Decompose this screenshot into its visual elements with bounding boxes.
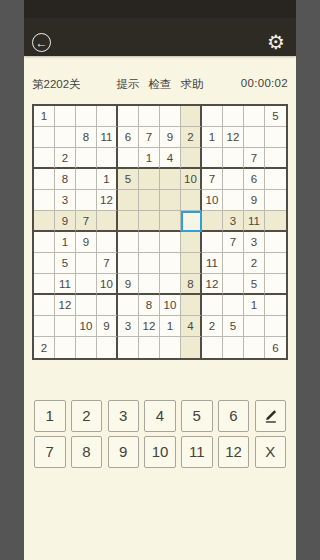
cell-r9c9[interactable]: 12 — [202, 274, 223, 295]
cell-r1c12[interactable]: 5 — [265, 106, 286, 127]
cell-r9c8[interactable]: 8 — [181, 274, 202, 295]
cell-r11c12[interactable] — [265, 316, 286, 337]
cell-r1c9[interactable] — [202, 106, 223, 127]
cell-r9c7[interactable] — [160, 274, 181, 295]
pencil-button[interactable] — [255, 400, 287, 432]
cell-r5c5[interactable] — [118, 190, 139, 211]
cell-r12c12[interactable]: 6 — [265, 337, 286, 358]
cell-r9c10[interactable] — [223, 274, 244, 295]
status-bar — [24, 0, 296, 18]
header-actions: 提示 检查 求助 — [117, 77, 204, 92]
cell-r8c2[interactable]: 5 — [55, 253, 76, 274]
cell-r4c2[interactable]: 8 — [55, 169, 76, 190]
cell-r4c3[interactable] — [76, 169, 97, 190]
number-button-1[interactable]: 1 — [34, 400, 66, 432]
cell-r7c8[interactable] — [181, 232, 202, 253]
cell-r11c2[interactable] — [55, 316, 76, 337]
cell-r5c10[interactable] — [223, 190, 244, 211]
help-button[interactable]: 求助 — [181, 77, 204, 92]
cell-r1c6[interactable] — [139, 106, 160, 127]
cell-r3c1[interactable] — [34, 148, 55, 169]
cell-r8c8[interactable] — [181, 253, 202, 274]
cell-r12c10[interactable] — [223, 337, 244, 358]
cell-r3c3[interactable] — [76, 148, 97, 169]
number-button-10[interactable]: 10 — [144, 436, 176, 468]
cell-r7c9[interactable] — [202, 232, 223, 253]
settings-button[interactable]: ⚙ — [265, 31, 287, 53]
cell-r7c3[interactable]: 9 — [76, 232, 97, 253]
cell-r11c5[interactable]: 3 — [118, 316, 139, 337]
cell-r9c2[interactable]: 11 — [55, 274, 76, 295]
cell-r8c5[interactable] — [118, 253, 139, 274]
cell-r8c4[interactable]: 7 — [97, 253, 118, 274]
cell-r10c6[interactable]: 8 — [139, 295, 160, 316]
cell-r2c2[interactable] — [55, 127, 76, 148]
cell-r9c3[interactable] — [76, 274, 97, 295]
sudoku-board: 1581167921122147815107631210997311197357… — [32, 104, 288, 360]
cell-r10c10[interactable] — [223, 295, 244, 316]
cell-r11c3[interactable]: 10 — [76, 316, 97, 337]
cell-r12c4[interactable] — [97, 337, 118, 358]
keypad-row-1: 123456 — [34, 400, 286, 432]
cell-r10c4[interactable] — [97, 295, 118, 316]
cell-r9c6[interactable] — [139, 274, 160, 295]
cell-r9c12[interactable] — [265, 274, 286, 295]
cell-r5c3[interactable] — [76, 190, 97, 211]
cell-r10c5[interactable] — [118, 295, 139, 316]
cell-r11c11[interactable] — [244, 316, 265, 337]
cell-r5c7[interactable] — [160, 190, 181, 211]
cell-r2c6[interactable]: 7 — [139, 127, 160, 148]
number-button-6[interactable]: 6 — [218, 400, 250, 432]
cell-r9c11[interactable]: 5 — [244, 274, 265, 295]
cell-r2c11[interactable] — [244, 127, 265, 148]
number-button-11[interactable]: 11 — [181, 436, 213, 468]
cell-r2c7[interactable]: 9 — [160, 127, 181, 148]
cell-r1c4[interactable] — [97, 106, 118, 127]
back-button[interactable]: ← — [32, 33, 51, 52]
cell-r6c5[interactable] — [118, 211, 139, 232]
cell-r9c4[interactable]: 10 — [97, 274, 118, 295]
number-button-12[interactable]: 12 — [218, 436, 250, 468]
cell-r2c12[interactable] — [265, 127, 286, 148]
cell-r12c1[interactable]: 2 — [34, 337, 55, 358]
cell-r6c4[interactable] — [97, 211, 118, 232]
clear-button[interactable]: X — [255, 436, 287, 468]
cell-r4c1[interactable] — [34, 169, 55, 190]
cell-r4c9[interactable]: 7 — [202, 169, 223, 190]
cell-r12c5[interactable] — [118, 337, 139, 358]
timer-label: 00:00:02 — [241, 77, 288, 89]
cell-r6c1[interactable] — [34, 211, 55, 232]
cell-r11c1[interactable] — [34, 316, 55, 337]
cell-r2c4[interactable]: 11 — [97, 127, 118, 148]
cell-r10c7[interactable]: 10 — [160, 295, 181, 316]
check-button[interactable]: 检查 — [149, 77, 172, 92]
cell-r10c11[interactable]: 1 — [244, 295, 265, 316]
cell-r6c3[interactable]: 7 — [76, 211, 97, 232]
cell-r4c7[interactable] — [160, 169, 181, 190]
cell-r8c7[interactable] — [160, 253, 181, 274]
cell-r5c2[interactable]: 3 — [55, 190, 76, 211]
pencil-icon — [262, 407, 279, 424]
cell-r1c11[interactable] — [244, 106, 265, 127]
hint-button[interactable]: 提示 — [117, 77, 140, 92]
cell-r2c1[interactable] — [34, 127, 55, 148]
cell-r8c6[interactable] — [139, 253, 160, 274]
cell-r12c11[interactable] — [244, 337, 265, 358]
cell-r8c11[interactable]: 2 — [244, 253, 265, 274]
cell-r6c11[interactable]: 11 — [244, 211, 265, 232]
cell-r7c6[interactable] — [139, 232, 160, 253]
cell-r11c9[interactable]: 2 — [202, 316, 223, 337]
cell-r10c8[interactable] — [181, 295, 202, 316]
cell-r2c5[interactable]: 6 — [118, 127, 139, 148]
gear-icon: ⚙ — [267, 30, 285, 54]
cell-r3c10[interactable] — [223, 148, 244, 169]
number-button-5[interactable]: 5 — [181, 400, 213, 432]
cell-r5c9[interactable]: 10 — [202, 190, 223, 211]
cell-r3c9[interactable] — [202, 148, 223, 169]
number-button-4[interactable]: 4 — [144, 400, 176, 432]
cell-r4c5[interactable]: 5 — [118, 169, 139, 190]
cell-r6c9[interactable] — [202, 211, 223, 232]
cell-r4c11[interactable]: 6 — [244, 169, 265, 190]
cell-r8c12[interactable] — [265, 253, 286, 274]
cell-r7c5[interactable] — [118, 232, 139, 253]
cell-r4c12[interactable] — [265, 169, 286, 190]
cell-r5c8[interactable] — [181, 190, 202, 211]
cell-r11c6[interactable]: 12 — [139, 316, 160, 337]
cell-r6c10[interactable]: 3 — [223, 211, 244, 232]
cell-r8c1[interactable] — [34, 253, 55, 274]
cell-r9c1[interactable] — [34, 274, 55, 295]
arrow-left-icon: ← — [36, 37, 48, 49]
cell-r7c7[interactable] — [160, 232, 181, 253]
cell-r1c8[interactable] — [181, 106, 202, 127]
cell-r8c10[interactable] — [223, 253, 244, 274]
cell-r2c3[interactable]: 8 — [76, 127, 97, 148]
cell-r9c5[interactable]: 9 — [118, 274, 139, 295]
cell-r12c6[interactable] — [139, 337, 160, 358]
number-button-7[interactable]: 7 — [34, 436, 66, 468]
cell-r1c10[interactable] — [223, 106, 244, 127]
cell-r3c11[interactable]: 7 — [244, 148, 265, 169]
cell-r12c8[interactable] — [181, 337, 202, 358]
app-screen: ← ⚙ 第2202关 提示 检查 求助 00:00:02 15811679211… — [24, 0, 296, 560]
cell-r7c1[interactable] — [34, 232, 55, 253]
cell-r3c4[interactable] — [97, 148, 118, 169]
cell-r12c2[interactable] — [55, 337, 76, 358]
cell-r2c8[interactable]: 2 — [181, 127, 202, 148]
cell-r6c2[interactable]: 9 — [55, 211, 76, 232]
cell-r1c2[interactable] — [55, 106, 76, 127]
header-bar: 第2202关 提示 检查 求助 00:00:02 — [24, 56, 296, 104]
top-bar: ← ⚙ — [24, 0, 296, 56]
cell-r1c3[interactable] — [76, 106, 97, 127]
cell-r5c11[interactable]: 9 — [244, 190, 265, 211]
cell-r1c1[interactable]: 1 — [34, 106, 55, 127]
cell-r4c4[interactable]: 1 — [97, 169, 118, 190]
cell-r1c7[interactable] — [160, 106, 181, 127]
cell-r6c12[interactable] — [265, 211, 286, 232]
cell-r4c6[interactable] — [139, 169, 160, 190]
cell-r8c3[interactable] — [76, 253, 97, 274]
cell-r5c6[interactable] — [139, 190, 160, 211]
cell-r6c7[interactable] — [160, 211, 181, 232]
level-label: 第2202关 — [32, 77, 81, 92]
cell-r10c1[interactable] — [34, 295, 55, 316]
cell-r10c9[interactable] — [202, 295, 223, 316]
cell-r7c11[interactable]: 3 — [244, 232, 265, 253]
number-button-9[interactable]: 9 — [108, 436, 140, 468]
cell-r3c8[interactable] — [181, 148, 202, 169]
cell-r3c6[interactable]: 1 — [139, 148, 160, 169]
cell-r12c7[interactable] — [160, 337, 181, 358]
cell-r11c7[interactable]: 1 — [160, 316, 181, 337]
cell-r3c12[interactable] — [265, 148, 286, 169]
cell-r7c2[interactable]: 1 — [55, 232, 76, 253]
cell-r6c6[interactable] — [139, 211, 160, 232]
cell-r4c10[interactable] — [223, 169, 244, 190]
cell-r3c5[interactable] — [118, 148, 139, 169]
cell-r2c10[interactable]: 12 — [223, 127, 244, 148]
cell-r8c9[interactable]: 11 — [202, 253, 223, 274]
cell-r10c3[interactable] — [76, 295, 97, 316]
number-button-2[interactable]: 2 — [71, 400, 103, 432]
cell-r3c7[interactable]: 4 — [160, 148, 181, 169]
cell-r4c8[interactable]: 10 — [181, 169, 202, 190]
cell-r7c10[interactable]: 7 — [223, 232, 244, 253]
cell-r5c12[interactable] — [265, 190, 286, 211]
number-button-8[interactable]: 8 — [71, 436, 103, 468]
cell-r3c2[interactable]: 2 — [55, 148, 76, 169]
cell-r2c9[interactable]: 1 — [202, 127, 223, 148]
cell-r6c8[interactable] — [181, 211, 202, 232]
cell-r12c3[interactable] — [76, 337, 97, 358]
cell-r11c10[interactable]: 5 — [223, 316, 244, 337]
cell-r1c5[interactable] — [118, 106, 139, 127]
number-button-3[interactable]: 3 — [108, 400, 140, 432]
cell-r7c4[interactable] — [97, 232, 118, 253]
cell-r10c12[interactable] — [265, 295, 286, 316]
cell-r11c4[interactable]: 9 — [97, 316, 118, 337]
keypad-row-2: 789101112X — [34, 436, 286, 468]
cell-r5c1[interactable] — [34, 190, 55, 211]
cell-r11c8[interactable]: 4 — [181, 316, 202, 337]
cell-r10c2[interactable]: 12 — [55, 295, 76, 316]
cell-r7c12[interactable] — [265, 232, 286, 253]
cell-r12c9[interactable] — [202, 337, 223, 358]
cell-r5c4[interactable]: 12 — [97, 190, 118, 211]
